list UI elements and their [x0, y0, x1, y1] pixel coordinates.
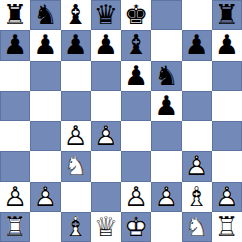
- square-f8[interactable]: [151, 0, 181, 30]
- piece-glyph: ♜: [0, 0, 30, 30]
- square-c1[interactable]: ♝♗: [61, 212, 91, 242]
- black-pawn[interactable]: ♟: [0, 30, 30, 60]
- black-pawn[interactable]: ♟: [151, 91, 181, 121]
- piece-glyph: ♟: [91, 30, 121, 60]
- white-knight[interactable]: ♞♘: [182, 212, 212, 242]
- square-g6[interactable]: [182, 61, 212, 91]
- piece-outline-glyph: ♙: [91, 121, 121, 151]
- white-rook[interactable]: ♜♖: [212, 212, 242, 242]
- black-rook[interactable]: ♜: [0, 0, 30, 30]
- black-pawn[interactable]: ♟: [121, 61, 151, 91]
- square-e4[interactable]: [121, 121, 151, 151]
- square-a1[interactable]: ♜♖: [0, 212, 30, 242]
- white-pawn[interactable]: ♟♙: [121, 182, 151, 212]
- square-h1[interactable]: ♜♖: [212, 212, 242, 242]
- square-b3[interactable]: [30, 151, 60, 181]
- square-g4[interactable]: [182, 121, 212, 151]
- black-pawn[interactable]: ♟: [212, 30, 242, 60]
- square-a2[interactable]: ♟♙: [0, 182, 30, 212]
- piece-glyph: ♞: [30, 0, 60, 30]
- square-b4[interactable]: [30, 121, 60, 151]
- square-b6[interactable]: [30, 61, 60, 91]
- piece-outline-glyph: ♙: [151, 182, 181, 212]
- square-g3[interactable]: ♟♙: [182, 151, 212, 181]
- piece-glyph: ♝: [61, 0, 91, 30]
- square-a8[interactable]: ♜: [0, 0, 30, 30]
- piece-outline-glyph: ♙: [121, 182, 151, 212]
- square-a4[interactable]: [0, 121, 30, 151]
- white-rook[interactable]: ♜♖: [0, 212, 30, 242]
- square-f6[interactable]: ♞: [151, 61, 181, 91]
- piece-outline-glyph: ♙: [212, 182, 242, 212]
- square-d8[interactable]: ♛: [91, 0, 121, 30]
- square-g5[interactable]: [182, 91, 212, 121]
- square-e1[interactable]: ♚♔: [121, 212, 151, 242]
- square-g8[interactable]: [182, 0, 212, 30]
- piece-outline-glyph: ♘: [182, 212, 212, 242]
- piece-outline-glyph: ♖: [212, 212, 242, 242]
- piece-glyph: ♟: [0, 30, 30, 60]
- piece-outline-glyph: ♙: [61, 121, 91, 151]
- piece-glyph: ♚: [121, 0, 151, 30]
- white-pawn[interactable]: ♟♙: [30, 182, 60, 212]
- piece-glyph: ♟: [182, 30, 212, 60]
- black-rook[interactable]: ♜: [212, 0, 242, 30]
- piece-outline-glyph: ♘: [61, 151, 91, 181]
- square-d6[interactable]: [91, 61, 121, 91]
- piece-glyph: ♟: [121, 61, 151, 91]
- square-a6[interactable]: [0, 61, 30, 91]
- piece-glyph: ♝: [121, 30, 151, 60]
- white-pawn[interactable]: ♟♙: [61, 121, 91, 151]
- square-h7[interactable]: ♟: [212, 30, 242, 60]
- square-e7[interactable]: ♝: [121, 30, 151, 60]
- white-king[interactable]: ♚♔: [121, 212, 151, 242]
- white-pawn[interactable]: ♟♙: [151, 182, 181, 212]
- square-e5[interactable]: [121, 91, 151, 121]
- piece-outline-glyph: ♙: [0, 182, 30, 212]
- black-pawn[interactable]: ♟: [61, 30, 91, 60]
- piece-glyph: ♞: [151, 61, 181, 91]
- square-b7[interactable]: ♟: [30, 30, 60, 60]
- square-h8[interactable]: ♜: [212, 0, 242, 30]
- square-c2[interactable]: [61, 182, 91, 212]
- square-b1[interactable]: [30, 212, 60, 242]
- piece-outline-glyph: ♗: [61, 212, 91, 242]
- square-g7[interactable]: ♟: [182, 30, 212, 60]
- square-h2[interactable]: ♟♙: [212, 182, 242, 212]
- white-queen[interactable]: ♛♕: [91, 212, 121, 242]
- white-bishop[interactable]: ♝♗: [61, 212, 91, 242]
- chess-board: ♜♞♝♛♚♜♟♟♟♟♝♟♟♟♞♟♟♙♟♙♞♘♟♙♟♙♟♙♟♙♟♙♝♗♟♙♜♖♝♗…: [0, 0, 242, 242]
- black-knight[interactable]: ♞: [30, 0, 60, 30]
- square-f7[interactable]: [151, 30, 181, 60]
- piece-glyph: ♛: [91, 0, 121, 30]
- square-d3[interactable]: [91, 151, 121, 181]
- white-pawn[interactable]: ♟♙: [91, 121, 121, 151]
- square-c7[interactable]: ♟: [61, 30, 91, 60]
- piece-glyph: ♟: [30, 30, 60, 60]
- square-e3[interactable]: [121, 151, 151, 181]
- piece-glyph: ♟: [61, 30, 91, 60]
- white-bishop[interactable]: ♝♗: [182, 182, 212, 212]
- square-c8[interactable]: ♝: [61, 0, 91, 30]
- square-d7[interactable]: ♟: [91, 30, 121, 60]
- black-pawn[interactable]: ♟: [182, 30, 212, 60]
- square-h5[interactable]: [212, 91, 242, 121]
- black-pawn[interactable]: ♟: [30, 30, 60, 60]
- black-queen[interactable]: ♛: [91, 0, 121, 30]
- square-d1[interactable]: ♛♕: [91, 212, 121, 242]
- piece-outline-glyph: ♔: [121, 212, 151, 242]
- square-b8[interactable]: ♞: [30, 0, 60, 30]
- square-f4[interactable]: [151, 121, 181, 151]
- square-c6[interactable]: [61, 61, 91, 91]
- piece-outline-glyph: ♗: [182, 182, 212, 212]
- square-d5[interactable]: [91, 91, 121, 121]
- square-h3[interactable]: [212, 151, 242, 181]
- square-d2[interactable]: [91, 182, 121, 212]
- square-c5[interactable]: [61, 91, 91, 121]
- square-d4[interactable]: ♟♙: [91, 121, 121, 151]
- square-e2[interactable]: ♟♙: [121, 182, 151, 212]
- black-knight[interactable]: ♞: [151, 61, 181, 91]
- white-pawn[interactable]: ♟♙: [182, 151, 212, 181]
- square-c3[interactable]: ♞♘: [61, 151, 91, 181]
- square-e8[interactable]: ♚: [121, 0, 151, 30]
- square-f1[interactable]: [151, 212, 181, 242]
- black-king[interactable]: ♚: [121, 0, 151, 30]
- white-pawn[interactable]: ♟♙: [212, 182, 242, 212]
- square-g1[interactable]: ♞♘: [182, 212, 212, 242]
- square-b2[interactable]: ♟♙: [30, 182, 60, 212]
- square-h4[interactable]: [212, 121, 242, 151]
- square-b5[interactable]: [30, 91, 60, 121]
- square-f5[interactable]: ♟: [151, 91, 181, 121]
- square-a7[interactable]: ♟: [0, 30, 30, 60]
- square-c4[interactable]: ♟♙: [61, 121, 91, 151]
- black-bishop[interactable]: ♝: [61, 0, 91, 30]
- piece-outline-glyph: ♕: [91, 212, 121, 242]
- white-pawn[interactable]: ♟♙: [0, 182, 30, 212]
- piece-glyph: ♟: [151, 91, 181, 121]
- piece-glyph: ♟: [212, 30, 242, 60]
- square-f2[interactable]: ♟♙: [151, 182, 181, 212]
- black-bishop[interactable]: ♝: [121, 30, 151, 60]
- piece-glyph: ♜: [212, 0, 242, 30]
- black-pawn[interactable]: ♟: [91, 30, 121, 60]
- piece-outline-glyph: ♙: [30, 182, 60, 212]
- square-h6[interactable]: [212, 61, 242, 91]
- square-a5[interactable]: [0, 91, 30, 121]
- square-g2[interactable]: ♝♗: [182, 182, 212, 212]
- piece-outline-glyph: ♙: [182, 151, 212, 181]
- piece-outline-glyph: ♖: [0, 212, 30, 242]
- square-f3[interactable]: [151, 151, 181, 181]
- square-e6[interactable]: ♟: [121, 61, 151, 91]
- white-knight[interactable]: ♞♘: [61, 151, 91, 181]
- square-a3[interactable]: [0, 151, 30, 181]
